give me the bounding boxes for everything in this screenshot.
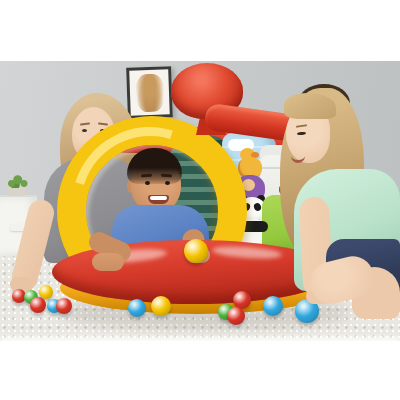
boy-left-hand bbox=[92, 253, 124, 271]
boy-eye bbox=[165, 181, 170, 185]
potted-plant bbox=[4, 173, 29, 188]
white-border-top bbox=[0, 0, 400, 61]
product-photo bbox=[0, 0, 400, 400]
boy-teeth bbox=[150, 196, 167, 200]
giraffe-wall-art bbox=[126, 66, 173, 119]
white-border-bottom bbox=[0, 341, 400, 400]
girl-fringe bbox=[284, 93, 336, 119]
boy-eye bbox=[145, 181, 150, 185]
woman-hand bbox=[10, 277, 34, 292]
boy-right-hand bbox=[186, 247, 210, 263]
giraffe-painting bbox=[135, 74, 164, 113]
photo-area bbox=[0, 61, 400, 341]
woman-eye bbox=[82, 129, 87, 132]
